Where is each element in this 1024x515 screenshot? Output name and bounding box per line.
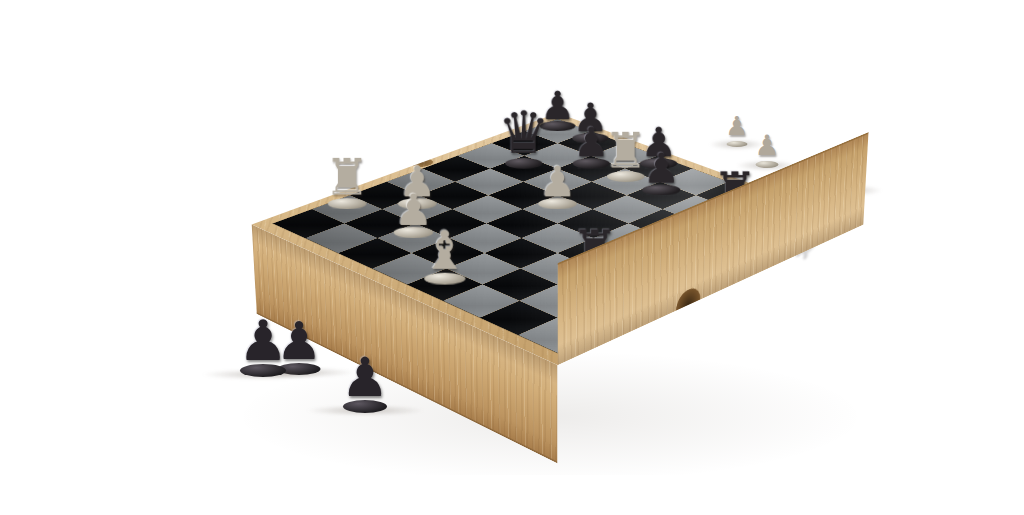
pawn-glyph: ♟ [319, 351, 411, 405]
pawn-glyph: ♟ [216, 313, 311, 369]
drawer-notch[interactable] [676, 284, 701, 310]
chess-box: ♜♜♟♟♟♟♝♝♟♟♜♜♛♛♟♟♟♟♟♟♟♟♟♟♜♜♜♜♞♞ [252, 113, 864, 365]
captured-black-pawn-3[interactable]: ♟ [319, 329, 411, 413]
bishop-glyph: ♝ [413, 224, 476, 277]
product-photo-stage: ♟♟♟♟ ♜♜♟♟♟♟♝♝♟♟♜♜♛♛♟♟♟♟♟♟♟♟♟♟♜♜♜♜♞♞ ♟♟♟ [0, 0, 1024, 515]
captured-black-pawn-2[interactable]: ♟ [216, 290, 311, 377]
